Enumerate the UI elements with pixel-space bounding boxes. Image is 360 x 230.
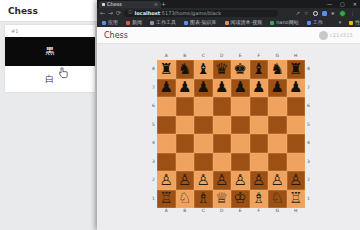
black-pawn-f7[interactable]: ♟: [252, 80, 265, 95]
square-e7[interactable]: ♟: [231, 79, 250, 98]
square-g1[interactable]: ♘: [268, 190, 287, 209]
coordinate-label: 3: [150, 153, 157, 172]
white-pawn-f2[interactable]: ♙: [252, 172, 265, 187]
black-pawn-c7[interactable]: ♟: [197, 80, 210, 95]
black-pawn-b7[interactable]: ♟: [178, 80, 191, 95]
mouse-cursor-hand-icon: [59, 64, 68, 83]
square-d5[interactable]: [213, 116, 232, 135]
square-e2[interactable]: ♙: [231, 171, 250, 190]
toolbar-right-icons: ↗ ☆ ★ ⋮: [296, 10, 357, 17]
coordinate-label: 2: [150, 171, 157, 190]
square-b6[interactable]: [176, 97, 195, 116]
white-bishop-c1[interactable]: ♗: [197, 191, 210, 206]
app-title: Chess: [0, 0, 97, 22]
coordinate-label: D: [213, 208, 232, 215]
url-host: localhost: [135, 10, 161, 16]
black-bishop-f8[interactable]: ♝: [252, 61, 265, 76]
bookmark-item-left-6[interactable]: 工作: [307, 20, 323, 25]
black-king-e8[interactable]: ♚: [234, 61, 247, 76]
square-d6[interactable]: [213, 97, 232, 116]
white-king-e1[interactable]: ♔: [234, 191, 247, 206]
bookmark-label: 工作工具: [156, 20, 176, 25]
square-d1[interactable]: ♕: [213, 190, 232, 209]
square-g7[interactable]: ♟: [268, 79, 287, 98]
bookmark-favicon-icon: [126, 21, 130, 25]
bookmark-favicon-icon: [150, 21, 154, 25]
bookmark-label: 性能组: [355, 20, 360, 25]
chess-app-window: Chess #1 黒 白: [0, 0, 97, 230]
white-pawn-d2[interactable]: ♙: [215, 172, 228, 187]
coordinate-label: 1: [150, 190, 157, 209]
white-queen-d1[interactable]: ♕: [215, 191, 228, 206]
square-f5[interactable]: [250, 116, 269, 135]
black-queen-d8[interactable]: ♛: [215, 61, 228, 76]
square-h2[interactable]: ♙: [287, 171, 306, 190]
white-knight-b1[interactable]: ♘: [178, 191, 191, 206]
file-labels-bottom: ABCDEFGH: [157, 208, 305, 215]
rank-labels-left: 87654321: [150, 60, 157, 208]
coordinate-label: 5: [305, 116, 312, 135]
coordinate-label: C: [194, 208, 213, 215]
coordinate-label: 8: [150, 60, 157, 79]
coordinate-label: 8: [305, 60, 312, 79]
bookmarks-caret-icon[interactable]: ▾: [339, 20, 342, 25]
coordinate-label: E: [231, 208, 250, 215]
black-pawn-e7[interactable]: ♟: [234, 80, 247, 95]
square-a7[interactable]: ♟: [157, 79, 176, 98]
menu-kebab-icon[interactable]: ⋮: [350, 11, 355, 16]
white-rook-h1[interactable]: ♖: [289, 191, 302, 206]
window-controls: — ▢ ✕: [327, 0, 357, 8]
close-icon[interactable]: ✕: [353, 2, 357, 7]
square-f8[interactable]: ♝: [250, 60, 269, 79]
bookmark-item-left-4[interactable]: 阅读清单·视频: [225, 20, 263, 25]
square-g8[interactable]: ♞: [268, 60, 287, 79]
square-b5[interactable]: [176, 116, 195, 135]
black-rook-h8[interactable]: ♜: [289, 61, 302, 76]
game-card-label: #1: [5, 25, 95, 37]
square-g2[interactable]: ♙: [268, 171, 287, 190]
chess-board: ♜♞♝♛♚♝♞♜♟♟♟♟♟♟♟♟♙♙♙♙♙♙♙♙♖♘♗♕♔♗♘♖: [157, 60, 305, 208]
share-icon[interactable]: ↗: [296, 11, 300, 16]
bookmark-item-left-2[interactable]: 工作工具: [150, 20, 176, 25]
user-id: c21d315: [330, 32, 353, 38]
square-c8[interactable]: ♝: [194, 60, 213, 79]
maximize-icon[interactable]: ▢: [340, 2, 345, 7]
square-f7[interactable]: ♟: [250, 79, 269, 98]
tab-favicon-icon: [102, 3, 105, 6]
square-h4[interactable]: [287, 134, 306, 153]
page-header: Chess c21d315: [97, 27, 360, 44]
square-b8[interactable]: ♞: [176, 60, 195, 79]
square-d4[interactable]: [213, 134, 232, 153]
coordinate-label: 1: [305, 190, 312, 209]
bookmark-label: 新闻: [132, 20, 142, 25]
square-f3[interactable]: [250, 153, 269, 172]
square-c4[interactable]: [194, 134, 213, 153]
browser-toolbar: ← → ⟳ ⓘ localhost:5173/home/game/black ↗…: [97, 8, 360, 18]
forward-icon[interactable]: →: [108, 10, 113, 16]
white-knight-g1[interactable]: ♘: [271, 191, 284, 206]
square-f2[interactable]: ♙: [250, 171, 269, 190]
coordinate-label: 3: [305, 153, 312, 172]
square-d7[interactable]: ♟: [213, 79, 232, 98]
page-content: Chess c21d315 ABCDEFGH 87654321 ♜♞♝♛♚♝♞♜…: [97, 27, 360, 230]
square-e1[interactable]: ♔: [231, 190, 250, 209]
square-d3[interactable]: [213, 153, 232, 172]
square-c6[interactable]: [194, 97, 213, 116]
square-g3[interactable]: [268, 153, 287, 172]
tab-title: Chess: [107, 2, 152, 7]
white-bishop-f1[interactable]: ♗: [252, 191, 265, 206]
square-d2[interactable]: ♙: [213, 171, 232, 190]
coordinate-label: H: [287, 208, 306, 215]
white-rook-a1[interactable]: ♖: [160, 191, 173, 206]
white-pawn-b2[interactable]: ♙: [178, 172, 191, 187]
coordinate-label: A: [157, 208, 176, 215]
site-info-icon[interactable]: ⓘ: [128, 11, 133, 16]
bookmark-favicon-icon: [307, 21, 311, 25]
chess-board-wrap: ABCDEFGH 87654321 ♜♞♝♛♚♝♞♜♟♟♟♟♟♟♟♟♙♙♙♙♙♙…: [150, 53, 312, 215]
account-avatar[interactable]: [339, 10, 346, 17]
square-a5[interactable]: [157, 116, 176, 135]
square-c3[interactable]: [194, 153, 213, 172]
coordinate-label: 2: [305, 171, 312, 190]
square-a4[interactable]: [157, 134, 176, 153]
address-bar[interactable]: ⓘ localhost:5173/home/game/black: [124, 10, 278, 17]
white-side-button[interactable]: 白: [5, 66, 95, 92]
minimize-icon[interactable]: —: [327, 2, 332, 7]
square-f1[interactable]: ♗: [250, 190, 269, 209]
square-h6[interactable]: [287, 97, 306, 116]
browser-titlebar: Chess × + — ▢ ✕: [97, 0, 360, 8]
black-pawn-a7[interactable]: ♟: [160, 80, 173, 95]
url-path: :5173/home/game/black: [160, 10, 221, 16]
bookmark-favicon-icon: [184, 21, 188, 25]
bookmark-label: nano网站: [276, 20, 298, 25]
square-f6[interactable]: [250, 97, 269, 116]
square-h3[interactable]: [287, 153, 306, 172]
bookmark-label: 图表·知识库: [190, 20, 217, 25]
square-d8[interactable]: ♛: [213, 60, 232, 79]
black-bishop-c8[interactable]: ♝: [197, 61, 210, 76]
square-e3[interactable]: [231, 153, 250, 172]
square-c1[interactable]: ♗: [194, 190, 213, 209]
coordinate-label: 6: [150, 97, 157, 116]
bookmark-item-left-1[interactable]: 新闻: [126, 20, 142, 25]
url-text: localhost:5173/home/game/black: [135, 11, 222, 16]
black-pawn-h7[interactable]: ♟: [289, 80, 302, 95]
tab-close-icon[interactable]: ×: [154, 2, 158, 7]
square-b2[interactable]: ♙: [176, 171, 195, 190]
square-c5[interactable]: [194, 116, 213, 135]
bookmark-label: 阅读清单·视频: [231, 20, 263, 25]
rank-labels-right: 87654321: [305, 60, 312, 208]
browser-tab[interactable]: Chess ×: [99, 1, 161, 8]
bookmark-star-icon[interactable]: ☆: [304, 11, 308, 16]
square-b1[interactable]: ♘: [176, 190, 195, 209]
square-b4[interactable]: [176, 134, 195, 153]
bookmark-favicon-icon: [270, 21, 274, 25]
new-tab-button[interactable]: +: [161, 0, 166, 8]
white-pawn-h2[interactable]: ♙: [289, 172, 302, 187]
bookmark-favicon-icon: [349, 21, 353, 25]
square-h8[interactable]: ♜: [287, 60, 306, 79]
bookmark-favicon-icon: [225, 21, 229, 25]
black-rook-a8[interactable]: ♜: [160, 61, 173, 76]
coordinate-label: 7: [150, 79, 157, 98]
profile-ring-icon[interactable]: [313, 11, 318, 16]
square-c7[interactable]: ♟: [194, 79, 213, 98]
back-icon[interactable]: ←: [100, 10, 105, 16]
square-a8[interactable]: ♜: [157, 60, 176, 79]
white-pawn-a2[interactable]: ♙: [160, 172, 173, 187]
bookmark-item-right-0[interactable]: 性能组: [349, 20, 360, 25]
black-pawn-g7[interactable]: ♟: [271, 80, 284, 95]
square-e5[interactable]: [231, 116, 250, 135]
square-e4[interactable]: [231, 134, 250, 153]
user-chip[interactable]: c21d315: [319, 31, 353, 40]
coordinate-label: 7: [305, 79, 312, 98]
game-card: #1 黒 白: [5, 25, 95, 92]
coordinate-label: G: [268, 208, 287, 215]
square-g5[interactable]: [268, 116, 287, 135]
square-h1[interactable]: ♖: [287, 190, 306, 209]
white-pawn-g2[interactable]: ♙: [271, 172, 284, 187]
black-pawn-d7[interactable]: ♟: [215, 80, 228, 95]
square-g4[interactable]: [268, 134, 287, 153]
coordinate-label: 4: [150, 134, 157, 153]
bookmark-item-left-0[interactable]: 应用: [102, 20, 118, 25]
white-pawn-c2[interactable]: ♙: [197, 172, 210, 187]
square-c2[interactable]: ♙: [194, 171, 213, 190]
black-side-button[interactable]: 黒: [5, 37, 95, 66]
square-g6[interactable]: [268, 97, 287, 116]
bookmark-label: 应用: [108, 20, 118, 25]
square-b3[interactable]: [176, 153, 195, 172]
square-a3[interactable]: [157, 153, 176, 172]
bookmark-item-left-3[interactable]: 图表·知识库: [184, 20, 217, 25]
bookmark-favicon-icon: [102, 21, 106, 25]
star-icon[interactable]: ★: [331, 11, 335, 16]
bookmark-item-left-5[interactable]: nano网站: [270, 20, 298, 25]
black-knight-b8[interactable]: ♞: [178, 61, 191, 76]
coordinate-label: 4: [305, 134, 312, 153]
page-title: Chess: [104, 31, 128, 40]
white-pawn-e2[interactable]: ♙: [234, 172, 247, 187]
coordinate-label: F: [250, 208, 269, 215]
user-avatar: [319, 31, 328, 40]
square-a6[interactable]: [157, 97, 176, 116]
coordinate-label: 6: [305, 97, 312, 116]
square-b7[interactable]: ♟: [176, 79, 195, 98]
black-knight-g8[interactable]: ♞: [271, 61, 284, 76]
extension-icon[interactable]: [322, 11, 327, 16]
coordinate-label: 5: [150, 116, 157, 135]
square-h7[interactable]: ♟: [287, 79, 306, 98]
square-e6[interactable]: [231, 97, 250, 116]
square-a1[interactable]: ♖: [157, 190, 176, 209]
bookmark-label: 工作: [313, 20, 323, 25]
square-h5[interactable]: [287, 116, 306, 135]
coordinate-label: B: [176, 208, 195, 215]
square-e8[interactable]: ♚: [231, 60, 250, 79]
square-f4[interactable]: [250, 134, 269, 153]
reload-icon[interactable]: ⟳: [116, 10, 121, 16]
square-a2[interactable]: ♙: [157, 171, 176, 190]
browser-window: Chess × + — ▢ ✕ ← → ⟳ ⓘ localhost:5173/h…: [97, 0, 360, 230]
